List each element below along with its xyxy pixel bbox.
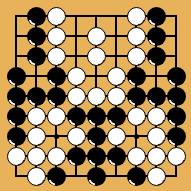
white-stone bbox=[127, 27, 146, 46]
white-stone bbox=[87, 87, 106, 106]
black-stone bbox=[27, 7, 46, 26]
white-stone bbox=[147, 147, 166, 166]
white-stone bbox=[67, 67, 86, 86]
black-stone bbox=[87, 167, 106, 186]
white-stone bbox=[127, 7, 146, 26]
white-stone bbox=[67, 127, 86, 146]
black-stone bbox=[67, 147, 86, 166]
black-stone bbox=[27, 47, 46, 66]
white-stone bbox=[107, 87, 126, 106]
white-stone bbox=[47, 27, 66, 46]
white-stone bbox=[107, 127, 126, 146]
black-stone bbox=[147, 47, 166, 66]
black-stone bbox=[7, 107, 26, 126]
black-stone bbox=[167, 127, 186, 146]
black-stone bbox=[107, 147, 126, 166]
white-stone bbox=[127, 147, 146, 166]
black-stone bbox=[67, 107, 86, 126]
white-stone bbox=[147, 107, 166, 126]
black-stone bbox=[127, 67, 146, 86]
white-stone bbox=[47, 147, 66, 166]
white-stone bbox=[27, 167, 46, 186]
white-stone bbox=[167, 147, 186, 166]
white-stone bbox=[67, 87, 86, 106]
white-stone bbox=[147, 167, 166, 186]
black-stone bbox=[87, 107, 106, 126]
black-stone bbox=[47, 67, 66, 86]
black-stone bbox=[147, 27, 166, 46]
black-stone bbox=[147, 7, 166, 26]
white-stone bbox=[27, 127, 46, 146]
white-stone bbox=[7, 147, 26, 166]
black-stone bbox=[47, 167, 66, 186]
black-stone bbox=[167, 107, 186, 126]
white-stone bbox=[127, 107, 146, 126]
white-stone bbox=[27, 147, 46, 166]
black-stone bbox=[127, 167, 146, 186]
black-stone bbox=[7, 127, 26, 146]
white-stone bbox=[107, 67, 126, 86]
black-stone bbox=[7, 67, 26, 86]
white-stone bbox=[87, 47, 106, 66]
black-stone bbox=[167, 67, 186, 86]
white-stone bbox=[27, 107, 46, 126]
black-stone bbox=[167, 87, 186, 106]
black-stone bbox=[27, 87, 46, 106]
black-stone bbox=[127, 87, 146, 106]
black-stone bbox=[47, 87, 66, 106]
white-stone bbox=[47, 47, 66, 66]
white-stone bbox=[147, 127, 166, 146]
white-stone bbox=[47, 107, 66, 126]
black-stone bbox=[87, 127, 106, 146]
black-stone bbox=[27, 27, 46, 46]
black-stone bbox=[7, 87, 26, 106]
white-stone bbox=[87, 27, 106, 46]
star-point bbox=[54, 134, 59, 139]
star-point bbox=[134, 134, 139, 139]
black-stone bbox=[147, 87, 166, 106]
white-stone bbox=[47, 7, 66, 26]
black-stone bbox=[87, 147, 106, 166]
white-stone bbox=[127, 47, 146, 66]
black-stone bbox=[107, 107, 126, 126]
go-board[interactable] bbox=[0, 0, 191, 191]
